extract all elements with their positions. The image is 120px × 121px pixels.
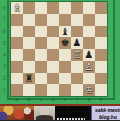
square-a5 xyxy=(11,37,23,49)
square-f3 xyxy=(71,61,83,73)
square-d3 xyxy=(47,61,59,73)
square-c6 xyxy=(35,26,47,38)
file-label-e: e xyxy=(59,97,71,102)
file-label-a: a xyxy=(11,97,23,102)
square-g8 xyxy=(83,2,95,14)
square-b7 xyxy=(23,14,35,26)
square-h7 xyxy=(95,14,107,26)
square-a6 xyxy=(11,26,23,38)
square-c1 xyxy=(35,84,47,96)
piece-white-pawn: ♙ xyxy=(83,61,95,73)
rank-label-5: 5 xyxy=(2,41,7,46)
square-a1 xyxy=(11,84,23,96)
square-e7 xyxy=(59,14,71,26)
piece-black-pawn: ♟ xyxy=(71,37,83,49)
square-f8 xyxy=(71,2,83,14)
square-h6 xyxy=(95,26,107,38)
rank-label-3: 3 xyxy=(2,64,7,69)
square-c7 xyxy=(35,14,47,26)
piece-black-rook: ♜ xyxy=(23,73,35,85)
file-label-c: c xyxy=(35,97,47,102)
square-e3 xyxy=(59,61,71,73)
piece-white-rook: ♖ xyxy=(71,49,83,61)
square-d8 xyxy=(47,2,59,14)
rank-label-6: 6 xyxy=(2,29,7,34)
banner-title-box: FIDE-MESTER SAKKEDZŐI xyxy=(55,106,91,121)
square-f7 xyxy=(71,14,83,26)
square-h5 xyxy=(95,37,107,49)
square-d4 xyxy=(47,49,59,61)
square-b8 xyxy=(23,2,35,14)
rank-label-7: 7 xyxy=(2,17,7,22)
file-label-g: g xyxy=(83,97,95,102)
square-f5: ♟ xyxy=(71,37,83,49)
banner-title-line2: SAKKEDZŐI xyxy=(57,112,84,117)
square-b4 xyxy=(23,49,35,61)
square-g6 xyxy=(83,26,95,38)
square-c8 xyxy=(35,2,47,14)
piece-white-king: ♔ xyxy=(83,84,95,96)
chess-diagram-thumbnail: ♗♝♚♟♖♟♙♜♔ 87654321abcdefgh FIDE-MESTER S… xyxy=(0,0,120,120)
square-f1 xyxy=(71,84,83,96)
square-g1: ♔ xyxy=(83,84,95,96)
square-g4: ♟ xyxy=(83,49,95,61)
site-name-line2: blog.hu xyxy=(99,115,117,121)
square-d7 xyxy=(47,14,59,26)
site-name-line1: sakk-mester. xyxy=(95,108,120,114)
rank-label-4: 4 xyxy=(2,53,7,58)
square-f4: ♖ xyxy=(71,49,83,61)
square-g7 xyxy=(83,14,95,26)
rank-label-8: 8 xyxy=(2,6,7,11)
square-b2: ♜ xyxy=(23,73,35,85)
piece-white-bishop: ♗ xyxy=(11,2,23,14)
square-g3: ♙ xyxy=(83,61,95,73)
file-label-h: h xyxy=(95,97,107,102)
square-h4 xyxy=(95,49,107,61)
square-g2 xyxy=(83,73,95,85)
square-b5 xyxy=(23,37,35,49)
banner-thumbnail-image xyxy=(0,106,34,121)
square-c3 xyxy=(35,61,47,73)
square-e6: ♝ xyxy=(59,26,71,38)
square-a4 xyxy=(11,49,23,61)
square-f6 xyxy=(71,26,83,38)
square-e5: ♚ xyxy=(59,37,71,49)
banner-title-line1: FIDE-MESTER xyxy=(57,107,89,112)
square-h3 xyxy=(95,61,107,73)
file-label-d: d xyxy=(47,97,59,102)
square-d2 xyxy=(47,73,59,85)
square-a7 xyxy=(11,14,23,26)
coach-photo-body xyxy=(36,115,53,120)
square-c4 xyxy=(35,49,47,61)
square-g5 xyxy=(83,37,95,49)
square-e2 xyxy=(59,73,71,85)
square-h1 xyxy=(95,84,107,96)
square-d5 xyxy=(47,37,59,49)
coach-photo xyxy=(34,106,55,121)
file-label-f: f xyxy=(71,97,83,102)
file-label-b: b xyxy=(23,97,35,102)
piece-black-king: ♚ xyxy=(59,37,71,49)
banner-title-line3-clipped xyxy=(57,118,85,120)
site-badge[interactable]: sakk-mester. blog.hu xyxy=(91,106,120,121)
square-a8: ♗ xyxy=(11,2,23,14)
rank-label-1: 1 xyxy=(2,88,7,93)
square-b3 xyxy=(23,61,35,73)
square-a3 xyxy=(11,61,23,73)
square-b1 xyxy=(23,84,35,96)
square-h8 xyxy=(95,2,107,14)
square-e8 xyxy=(59,2,71,14)
square-f2 xyxy=(71,73,83,85)
square-d1 xyxy=(47,84,59,96)
square-h2 xyxy=(95,73,107,85)
piece-black-pawn: ♟ xyxy=(83,49,95,61)
square-c2 xyxy=(35,73,47,85)
chess-board: ♗♝♚♟♖♟♙♜♔ xyxy=(11,2,107,96)
square-c5 xyxy=(35,37,47,49)
rank-label-2: 2 xyxy=(2,76,7,81)
square-a2 xyxy=(11,73,23,85)
square-d6 xyxy=(47,26,59,38)
square-e1 xyxy=(59,84,71,96)
square-b6 xyxy=(23,26,35,38)
banner-row: FIDE-MESTER SAKKEDZŐI sakk-mester. blog.… xyxy=(0,106,120,121)
piece-black-bishop: ♝ xyxy=(59,26,71,38)
square-e4 xyxy=(59,49,71,61)
footer-banner[interactable]: FIDE-MESTER SAKKEDZŐI sakk-mester. blog.… xyxy=(0,104,120,120)
